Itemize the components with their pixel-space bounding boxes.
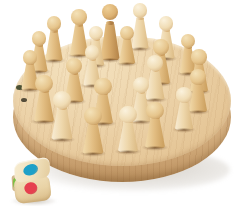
peg-base-shadow-ring [145, 146, 164, 149]
peg-head-knob [66, 58, 82, 74]
wooden-peg[interactable] [174, 87, 194, 131]
colour-die[interactable] [10, 158, 55, 206]
wooden-peg[interactable] [144, 102, 166, 149]
peg-base-shadow-ring [119, 62, 135, 65]
peg-head-knob [133, 3, 148, 18]
board-rim-mark [21, 98, 27, 102]
scene [0, 0, 236, 206]
peg-head-knob [35, 75, 52, 92]
peg-base-shadow-ring [118, 150, 137, 153]
die-blue-dot-icon [23, 163, 38, 177]
peg-base-shadow-ring [83, 152, 103, 155]
peg-head-knob [159, 16, 174, 31]
peg-cone-body [82, 123, 105, 154]
peg-head-knob [94, 78, 111, 95]
peg-head-knob [190, 69, 206, 85]
peg-head-knob [53, 91, 71, 109]
peg-head-knob [32, 31, 47, 46]
peg-cone-body [144, 118, 166, 148]
peg-head-knob [119, 106, 136, 123]
peg-head-knob [147, 55, 163, 71]
peg-head-knob [71, 9, 87, 25]
peg-head-knob [47, 16, 62, 31]
peg-head-knob [153, 39, 169, 55]
peg-cone-body [51, 108, 74, 140]
wooden-peg[interactable] [82, 107, 105, 155]
peg-head-knob [120, 26, 134, 40]
peg-cone-body [118, 39, 136, 64]
peg-base-shadow-ring [52, 138, 72, 141]
peg-head-knob [181, 34, 195, 48]
peg-cone-body [117, 122, 139, 152]
peg-head-knob [23, 50, 38, 65]
peg-cone-body [174, 102, 194, 130]
peg-head-knob [89, 26, 103, 40]
peg-head-knob [191, 49, 207, 65]
wooden-peg[interactable] [117, 106, 139, 153]
peg-head-knob [85, 45, 100, 60]
wooden-peg[interactable] [118, 26, 136, 65]
peg-head-knob [102, 4, 118, 20]
peg-head-knob [133, 77, 149, 93]
peg-base-shadow-ring [175, 128, 193, 131]
peg-head-knob [146, 102, 163, 119]
die-red-dot-icon [24, 181, 38, 194]
peg-head-knob [176, 87, 192, 103]
peg-head-knob [84, 107, 102, 125]
wooden-peg[interactable] [51, 91, 74, 141]
